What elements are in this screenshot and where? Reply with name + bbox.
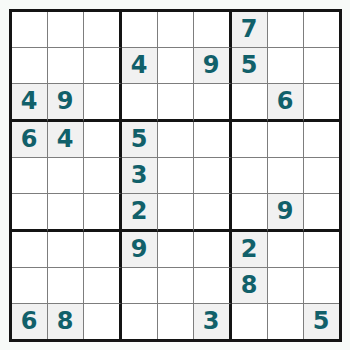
cell-r9c4[interactable] [122, 304, 158, 339]
cell-r3c1: 4 [12, 84, 48, 122]
given-digit: 9 [277, 199, 294, 223]
cell-r4c6[interactable] [194, 122, 232, 158]
cell-r5c8[interactable] [268, 158, 304, 194]
cell-r4c9[interactable] [304, 122, 339, 158]
cell-r4c4: 5 [122, 122, 158, 158]
given-digit: 5 [131, 127, 148, 151]
cell-r3c2: 9 [48, 84, 84, 122]
cell-r5c4: 3 [122, 158, 158, 194]
given-digit: 9 [203, 53, 220, 77]
cell-r8c6[interactable] [194, 268, 232, 304]
cell-r2c6: 9 [194, 48, 232, 84]
given-digit: 4 [131, 53, 148, 77]
cell-r4c5[interactable] [158, 122, 194, 158]
cell-r6c1[interactable] [12, 194, 48, 232]
cell-r5c7[interactable] [232, 158, 268, 194]
cell-r7c8[interactable] [268, 232, 304, 268]
cell-r3c4[interactable] [122, 84, 158, 122]
given-digit: 4 [21, 89, 38, 113]
cell-r8c9[interactable] [304, 268, 339, 304]
cell-r7c7: 2 [232, 232, 268, 268]
given-digit: 4 [57, 127, 74, 151]
cell-r3c5[interactable] [158, 84, 194, 122]
cell-r7c3[interactable] [84, 232, 122, 268]
cell-r4c1: 6 [12, 122, 48, 158]
given-digit: 5 [313, 309, 330, 333]
cell-r5c2[interactable] [48, 158, 84, 194]
cell-r9c9: 5 [304, 304, 339, 339]
cell-r4c7[interactable] [232, 122, 268, 158]
cell-r6c4: 2 [122, 194, 158, 232]
cell-r2c9[interactable] [304, 48, 339, 84]
cell-r7c1[interactable] [12, 232, 48, 268]
sudoku-board: 74954966453299286835 [9, 9, 342, 342]
cell-r6c6[interactable] [194, 194, 232, 232]
cell-r1c8[interactable] [268, 12, 304, 48]
cell-r1c2[interactable] [48, 12, 84, 48]
given-digit: 6 [21, 309, 38, 333]
cell-r2c7: 5 [232, 48, 268, 84]
cell-r2c5[interactable] [158, 48, 194, 84]
cell-r5c3[interactable] [84, 158, 122, 194]
cell-r8c1[interactable] [12, 268, 48, 304]
cell-r7c2[interactable] [48, 232, 84, 268]
cell-r8c5[interactable] [158, 268, 194, 304]
cell-r7c5[interactable] [158, 232, 194, 268]
cell-r6c7[interactable] [232, 194, 268, 232]
cell-r3c6[interactable] [194, 84, 232, 122]
cell-r1c4[interactable] [122, 12, 158, 48]
cell-r4c2: 4 [48, 122, 84, 158]
cell-r9c3[interactable] [84, 304, 122, 339]
given-digit: 3 [203, 309, 220, 333]
given-digit: 8 [57, 309, 74, 333]
given-digit: 6 [277, 89, 294, 113]
given-digit: 5 [241, 53, 258, 77]
cell-r9c5[interactable] [158, 304, 194, 339]
cell-r2c8[interactable] [268, 48, 304, 84]
cell-r7c4: 9 [122, 232, 158, 268]
cell-r5c1[interactable] [12, 158, 48, 194]
given-digit: 8 [241, 273, 258, 297]
cell-r7c6[interactable] [194, 232, 232, 268]
cell-r3c8: 6 [268, 84, 304, 122]
cell-r6c2[interactable] [48, 194, 84, 232]
cell-r3c3[interactable] [84, 84, 122, 122]
cell-r1c3[interactable] [84, 12, 122, 48]
cell-r2c3[interactable] [84, 48, 122, 84]
cell-r4c8[interactable] [268, 122, 304, 158]
cell-r5c5[interactable] [158, 158, 194, 194]
cell-r9c1: 6 [12, 304, 48, 339]
cell-r6c3[interactable] [84, 194, 122, 232]
cell-r8c8[interactable] [268, 268, 304, 304]
given-digit: 3 [131, 163, 148, 187]
cell-r2c4: 4 [122, 48, 158, 84]
given-digit: 9 [57, 89, 74, 113]
cell-r5c9[interactable] [304, 158, 339, 194]
cell-r1c7: 7 [232, 12, 268, 48]
cell-r2c2[interactable] [48, 48, 84, 84]
cell-r3c7[interactable] [232, 84, 268, 122]
cell-r8c7: 8 [232, 268, 268, 304]
cell-r3c9[interactable] [304, 84, 339, 122]
given-digit: 2 [241, 237, 258, 261]
cell-r2c1[interactable] [12, 48, 48, 84]
cell-r1c9[interactable] [304, 12, 339, 48]
given-digit: 9 [131, 237, 148, 261]
cell-r4c3[interactable] [84, 122, 122, 158]
cell-r8c3[interactable] [84, 268, 122, 304]
given-digit: 6 [21, 127, 38, 151]
cell-r5c6[interactable] [194, 158, 232, 194]
cell-r6c9[interactable] [304, 194, 339, 232]
cell-r9c7[interactable] [232, 304, 268, 339]
cell-r9c2: 8 [48, 304, 84, 339]
cell-r7c9[interactable] [304, 232, 339, 268]
cell-r8c2[interactable] [48, 268, 84, 304]
given-digit: 2 [131, 199, 148, 223]
cell-r1c5[interactable] [158, 12, 194, 48]
cell-r6c5[interactable] [158, 194, 194, 232]
cell-r1c6[interactable] [194, 12, 232, 48]
cell-r9c6: 3 [194, 304, 232, 339]
cell-r8c4[interactable] [122, 268, 158, 304]
given-digit: 7 [241, 17, 258, 41]
cell-r1c1[interactable] [12, 12, 48, 48]
cell-r9c8[interactable] [268, 304, 304, 339]
cell-r6c8: 9 [268, 194, 304, 232]
